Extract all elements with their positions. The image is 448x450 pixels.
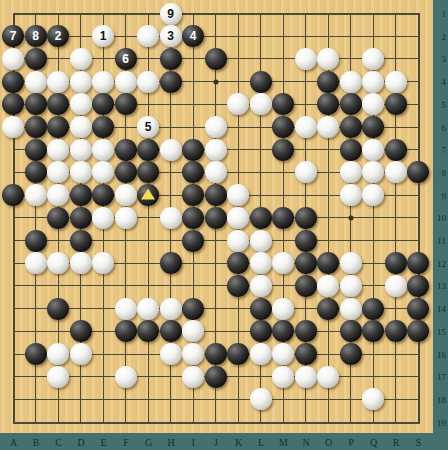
column-label-M: M: [279, 437, 288, 448]
row-label-11: 11: [437, 236, 446, 246]
stone-L18[interactable]: [250, 388, 272, 410]
column-label-L: L: [258, 437, 264, 448]
stone-B8[interactable]: [25, 161, 47, 183]
stone-D4[interactable]: [70, 71, 92, 93]
stone-Q9[interactable]: [362, 184, 384, 206]
stone-S12[interactable]: [407, 252, 429, 274]
row-label-3: 3: [442, 54, 447, 64]
stone-L14[interactable]: [250, 298, 272, 320]
stone-F17[interactable]: [115, 366, 137, 388]
stone-A2[interactable]: 7: [2, 25, 24, 47]
stone-S13[interactable]: [407, 275, 429, 297]
stone-E12[interactable]: [92, 252, 114, 274]
column-label-C: C: [55, 437, 62, 448]
stone-C12[interactable]: [47, 252, 69, 274]
stone-J3[interactable]: [205, 48, 227, 70]
stone-O13[interactable]: [317, 275, 339, 297]
stone-R15[interactable]: [385, 320, 407, 342]
stone-J10[interactable]: [205, 207, 227, 229]
stone-P7[interactable]: [340, 139, 362, 161]
stone-F7[interactable]: [115, 139, 137, 161]
stone-D6[interactable]: [70, 116, 92, 138]
triangle-marker-icon: [141, 189, 155, 200]
stone-J16[interactable]: [205, 343, 227, 365]
star-point: [213, 79, 218, 84]
grid-line-horizontal: [13, 13, 420, 15]
stone-J8[interactable]: [205, 161, 227, 183]
stone-L10[interactable]: [250, 207, 272, 229]
stone-F4[interactable]: [115, 71, 137, 93]
stone-H15[interactable]: [160, 320, 182, 342]
stone-I14[interactable]: [182, 298, 204, 320]
stone-D10[interactable]: [70, 207, 92, 229]
stone-D9[interactable]: [70, 184, 92, 206]
stone-B4[interactable]: [25, 71, 47, 93]
stone-R7[interactable]: [385, 139, 407, 161]
stone-M17[interactable]: [272, 366, 294, 388]
stone-K9[interactable]: [227, 184, 249, 206]
stone-E5[interactable]: [92, 93, 114, 115]
stone-A6[interactable]: [2, 116, 24, 138]
stone-N3[interactable]: [295, 48, 317, 70]
stone-Q8[interactable]: [362, 161, 384, 183]
move-number-label: 4: [190, 30, 197, 42]
stone-S8[interactable]: [407, 161, 429, 183]
row-label-14: 14: [437, 304, 446, 314]
stone-P6[interactable]: [340, 116, 362, 138]
row-label-15: 15: [437, 327, 446, 337]
stone-E10[interactable]: [92, 207, 114, 229]
grid-line-vertical: [418, 13, 420, 424]
stone-H2[interactable]: 3: [160, 25, 182, 47]
row-label-19: 19: [437, 418, 446, 428]
stone-I16[interactable]: [182, 343, 204, 365]
stone-J17[interactable]: [205, 366, 227, 388]
row-label-16: 16: [437, 350, 446, 360]
bottom-coordinate-strip: ABCDEFGHIJKLMNOPQRS: [0, 433, 448, 450]
stone-O6[interactable]: [317, 116, 339, 138]
stone-E6[interactable]: [92, 116, 114, 138]
stone-L11[interactable]: [250, 230, 272, 252]
stone-P9[interactable]: [340, 184, 362, 206]
stone-D16[interactable]: [70, 343, 92, 365]
column-label-E: E: [100, 437, 106, 448]
stone-S15[interactable]: [407, 320, 429, 342]
grid-line-horizontal: [13, 36, 420, 37]
stone-G7[interactable]: [137, 139, 159, 161]
stone-A5[interactable]: [2, 93, 24, 115]
stone-L4[interactable]: [250, 71, 272, 93]
stone-M7[interactable]: [272, 139, 294, 161]
stone-R13[interactable]: [385, 275, 407, 297]
stone-M10[interactable]: [272, 207, 294, 229]
stone-C17[interactable]: [47, 366, 69, 388]
stone-Q7[interactable]: [362, 139, 384, 161]
stone-C5[interactable]: [47, 93, 69, 115]
row-label-17: 17: [437, 372, 446, 382]
stone-B12[interactable]: [25, 252, 47, 274]
stone-P5[interactable]: [340, 93, 362, 115]
stone-A3[interactable]: [2, 48, 24, 70]
row-label-7: 7: [442, 145, 447, 155]
move-number-label: 8: [32, 30, 39, 42]
stone-L12[interactable]: [250, 252, 272, 274]
stone-G2[interactable]: [137, 25, 159, 47]
stone-D5[interactable]: [70, 93, 92, 115]
stone-P12[interactable]: [340, 252, 362, 274]
stone-C10[interactable]: [47, 207, 69, 229]
stone-S14[interactable]: [407, 298, 429, 320]
stone-M6[interactable]: [272, 116, 294, 138]
column-label-G: G: [145, 437, 152, 448]
stone-L15[interactable]: [250, 320, 272, 342]
column-label-B: B: [33, 437, 40, 448]
row-label-1: 1: [442, 9, 447, 19]
stone-H10[interactable]: [160, 207, 182, 229]
column-label-A: A: [10, 437, 17, 448]
stone-P13[interactable]: [340, 275, 362, 297]
stone-N16[interactable]: [295, 343, 317, 365]
row-label-5: 5: [442, 100, 447, 110]
stone-P15[interactable]: [340, 320, 362, 342]
stone-I10[interactable]: [182, 207, 204, 229]
stone-I15[interactable]: [182, 320, 204, 342]
row-label-9: 9: [442, 191, 447, 201]
stone-M14[interactable]: [272, 298, 294, 320]
stone-I9[interactable]: [182, 184, 204, 206]
stone-K5[interactable]: [227, 93, 249, 115]
stone-B5[interactable]: [25, 93, 47, 115]
stone-L13[interactable]: [250, 275, 272, 297]
stone-B3[interactable]: [25, 48, 47, 70]
stone-D7[interactable]: [70, 139, 92, 161]
stone-D8[interactable]: [70, 161, 92, 183]
stone-B9[interactable]: [25, 184, 47, 206]
stone-M15[interactable]: [272, 320, 294, 342]
stone-B6[interactable]: [25, 116, 47, 138]
stone-A4[interactable]: [2, 71, 24, 93]
grid-line-horizontal: [13, 399, 420, 400]
column-label-I: I: [192, 437, 195, 448]
column-label-Q: Q: [370, 437, 377, 448]
row-label-12: 12: [437, 259, 446, 269]
stone-E2[interactable]: 1: [92, 25, 114, 47]
move-number-label: 7: [10, 30, 17, 42]
stone-O3[interactable]: [317, 48, 339, 70]
stone-N10[interactable]: [295, 207, 317, 229]
stone-H16[interactable]: [160, 343, 182, 365]
stone-Q14[interactable]: [362, 298, 384, 320]
stone-A9[interactable]: [2, 184, 24, 206]
column-label-N: N: [302, 437, 309, 448]
stone-R8[interactable]: [385, 161, 407, 183]
stone-C16[interactable]: [47, 343, 69, 365]
stone-D11[interactable]: [70, 230, 92, 252]
stone-O5[interactable]: [317, 93, 339, 115]
stone-C8[interactable]: [47, 161, 69, 183]
column-label-H: H: [167, 437, 174, 448]
stone-O4[interactable]: [317, 71, 339, 93]
stone-L16[interactable]: [250, 343, 272, 365]
stone-Q4[interactable]: [362, 71, 384, 93]
stone-K13[interactable]: [227, 275, 249, 297]
move-number-label: 5: [145, 121, 152, 133]
stone-C9[interactable]: [47, 184, 69, 206]
stone-B7[interactable]: [25, 139, 47, 161]
row-label-8: 8: [442, 168, 447, 178]
stone-B2[interactable]: 8: [25, 25, 47, 47]
stone-E4[interactable]: [92, 71, 114, 93]
stone-H12[interactable]: [160, 252, 182, 274]
column-label-S: S: [416, 437, 422, 448]
stone-C4[interactable]: [47, 71, 69, 93]
column-label-P: P: [348, 437, 354, 448]
stone-F15[interactable]: [115, 320, 137, 342]
column-label-R: R: [393, 437, 400, 448]
stone-N13[interactable]: [295, 275, 317, 297]
stone-O14[interactable]: [317, 298, 339, 320]
stone-G9[interactable]: [137, 184, 159, 206]
stone-H14[interactable]: [160, 298, 182, 320]
stone-C14[interactable]: [47, 298, 69, 320]
stone-K11[interactable]: [227, 230, 249, 252]
stone-F10[interactable]: [115, 207, 137, 229]
stone-J9[interactable]: [205, 184, 227, 206]
stone-M5[interactable]: [272, 93, 294, 115]
stone-C7[interactable]: [47, 139, 69, 161]
stone-J7[interactable]: [205, 139, 227, 161]
move-number-label: 6: [122, 53, 129, 65]
stone-F9[interactable]: [115, 184, 137, 206]
stone-Q5[interactable]: [362, 93, 384, 115]
stone-H3[interactable]: [160, 48, 182, 70]
stone-I8[interactable]: [182, 161, 204, 183]
stone-P8[interactable]: [340, 161, 362, 183]
go-game-window: 978213465 12345678910111213141516171819 …: [0, 0, 448, 450]
stone-M16[interactable]: [272, 343, 294, 365]
stone-N11[interactable]: [295, 230, 317, 252]
stone-C2[interactable]: 2: [47, 25, 69, 47]
stone-H1[interactable]: 9: [160, 3, 182, 25]
stone-Q18[interactable]: [362, 388, 384, 410]
move-number-label: 9: [167, 8, 174, 20]
stone-K12[interactable]: [227, 252, 249, 274]
stone-I7[interactable]: [182, 139, 204, 161]
stone-J6[interactable]: [205, 116, 227, 138]
stone-N15[interactable]: [295, 320, 317, 342]
star-point: [348, 215, 353, 220]
stone-H4[interactable]: [160, 71, 182, 93]
stone-B11[interactable]: [25, 230, 47, 252]
stone-N8[interactable]: [295, 161, 317, 183]
stone-P4[interactable]: [340, 71, 362, 93]
stone-P16[interactable]: [340, 343, 362, 365]
stone-R5[interactable]: [385, 93, 407, 115]
row-label-18: 18: [437, 395, 446, 405]
grid-line-horizontal: [13, 422, 420, 424]
column-label-K: K: [235, 437, 242, 448]
row-label-6: 6: [442, 123, 447, 133]
stone-Q15[interactable]: [362, 320, 384, 342]
stone-I2[interactable]: 4: [182, 25, 204, 47]
column-label-F: F: [123, 437, 129, 448]
column-label-D: D: [77, 437, 84, 448]
stone-K16[interactable]: [227, 343, 249, 365]
stone-H7[interactable]: [160, 139, 182, 161]
stone-E9[interactable]: [92, 184, 114, 206]
stone-F3[interactable]: 6: [115, 48, 137, 70]
stone-R4[interactable]: [385, 71, 407, 93]
stone-F14[interactable]: [115, 298, 137, 320]
stone-Q3[interactable]: [362, 48, 384, 70]
row-label-13: 13: [437, 281, 446, 291]
stone-M12[interactable]: [272, 252, 294, 274]
stone-D12[interactable]: [70, 252, 92, 274]
stone-N17[interactable]: [295, 366, 317, 388]
column-label-O: O: [325, 437, 332, 448]
stone-K10[interactable]: [227, 207, 249, 229]
stone-D15[interactable]: [70, 320, 92, 342]
stone-O17[interactable]: [317, 366, 339, 388]
stone-G15[interactable]: [137, 320, 159, 342]
stone-O12[interactable]: [317, 252, 339, 274]
column-label-J: J: [214, 437, 218, 448]
stone-D3[interactable]: [70, 48, 92, 70]
stone-F5[interactable]: [115, 93, 137, 115]
go-board[interactable]: 978213465: [0, 0, 433, 433]
stone-E8[interactable]: [92, 161, 114, 183]
stone-I11[interactable]: [182, 230, 204, 252]
row-label-4: 4: [442, 77, 447, 87]
row-label-2: 2: [442, 32, 447, 42]
row-label-10: 10: [437, 213, 446, 223]
move-number-label: 1: [100, 30, 107, 42]
stone-G14[interactable]: [137, 298, 159, 320]
stone-E7[interactable]: [92, 139, 114, 161]
stone-P14[interactable]: [340, 298, 362, 320]
stone-G8[interactable]: [137, 161, 159, 183]
stone-I17[interactable]: [182, 366, 204, 388]
stone-L5[interactable]: [250, 93, 272, 115]
stone-B16[interactable]: [25, 343, 47, 365]
stone-F8[interactable]: [115, 161, 137, 183]
move-number-label: 2: [55, 30, 62, 42]
stone-R12[interactable]: [385, 252, 407, 274]
stone-N12[interactable]: [295, 252, 317, 274]
stone-N6[interactable]: [295, 116, 317, 138]
stone-C6[interactable]: [47, 116, 69, 138]
stone-G6[interactable]: 5: [137, 116, 159, 138]
stone-G4[interactable]: [137, 71, 159, 93]
right-coordinate-strip: 12345678910111213141516171819: [433, 0, 448, 433]
move-number-label: 3: [167, 30, 174, 42]
stone-Q6[interactable]: [362, 116, 384, 138]
